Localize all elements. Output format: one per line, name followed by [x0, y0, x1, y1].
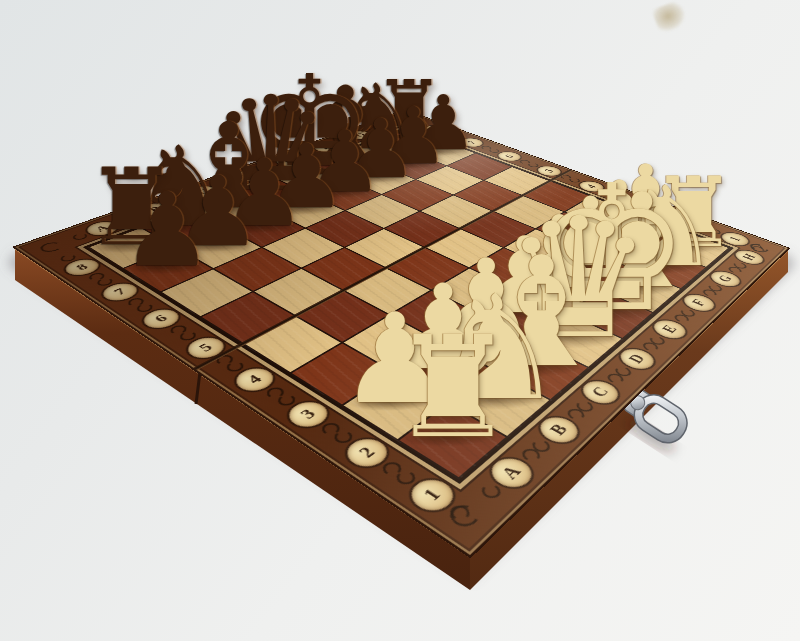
file-medallion: E	[649, 317, 691, 342]
rank-medallion: 4	[229, 364, 280, 395]
rank-medallion: 7	[97, 280, 143, 304]
file-medallion: A	[484, 453, 539, 493]
rank-medallion: 3	[282, 397, 335, 431]
file-medallion: E	[272, 155, 305, 168]
file-medallion: F	[679, 292, 718, 315]
rank-medallion: 5	[181, 334, 230, 362]
file-medallion: B	[534, 413, 585, 448]
rank-medallion: 3	[620, 195, 653, 210]
file-medallion: G	[707, 269, 744, 290]
file-medallion: D	[615, 345, 659, 373]
file-medallion: C	[185, 184, 222, 200]
rank-medallion: 6	[494, 150, 524, 162]
file-medallion: B	[136, 201, 175, 218]
rank-medallion: 7	[457, 137, 487, 149]
rank-medallion: 4	[576, 179, 608, 193]
rank-medallion: 6	[137, 306, 185, 332]
rank-medallion: 2	[339, 434, 394, 472]
file-medallion: C	[577, 377, 624, 408]
rank-medallion: 2	[668, 212, 701, 228]
rank-medallion: 8	[421, 124, 450, 135]
file-medallion: D	[231, 169, 266, 183]
file-medallion: G	[345, 129, 375, 141]
file-medallion: F	[310, 141, 342, 153]
file-medallion: A	[82, 219, 123, 238]
chess-set-photo: ABCDEFGH ABCDEFGH 87654321 87654321 ♜♟♞♟…	[0, 0, 800, 641]
rank-medallion: 8	[60, 257, 104, 279]
